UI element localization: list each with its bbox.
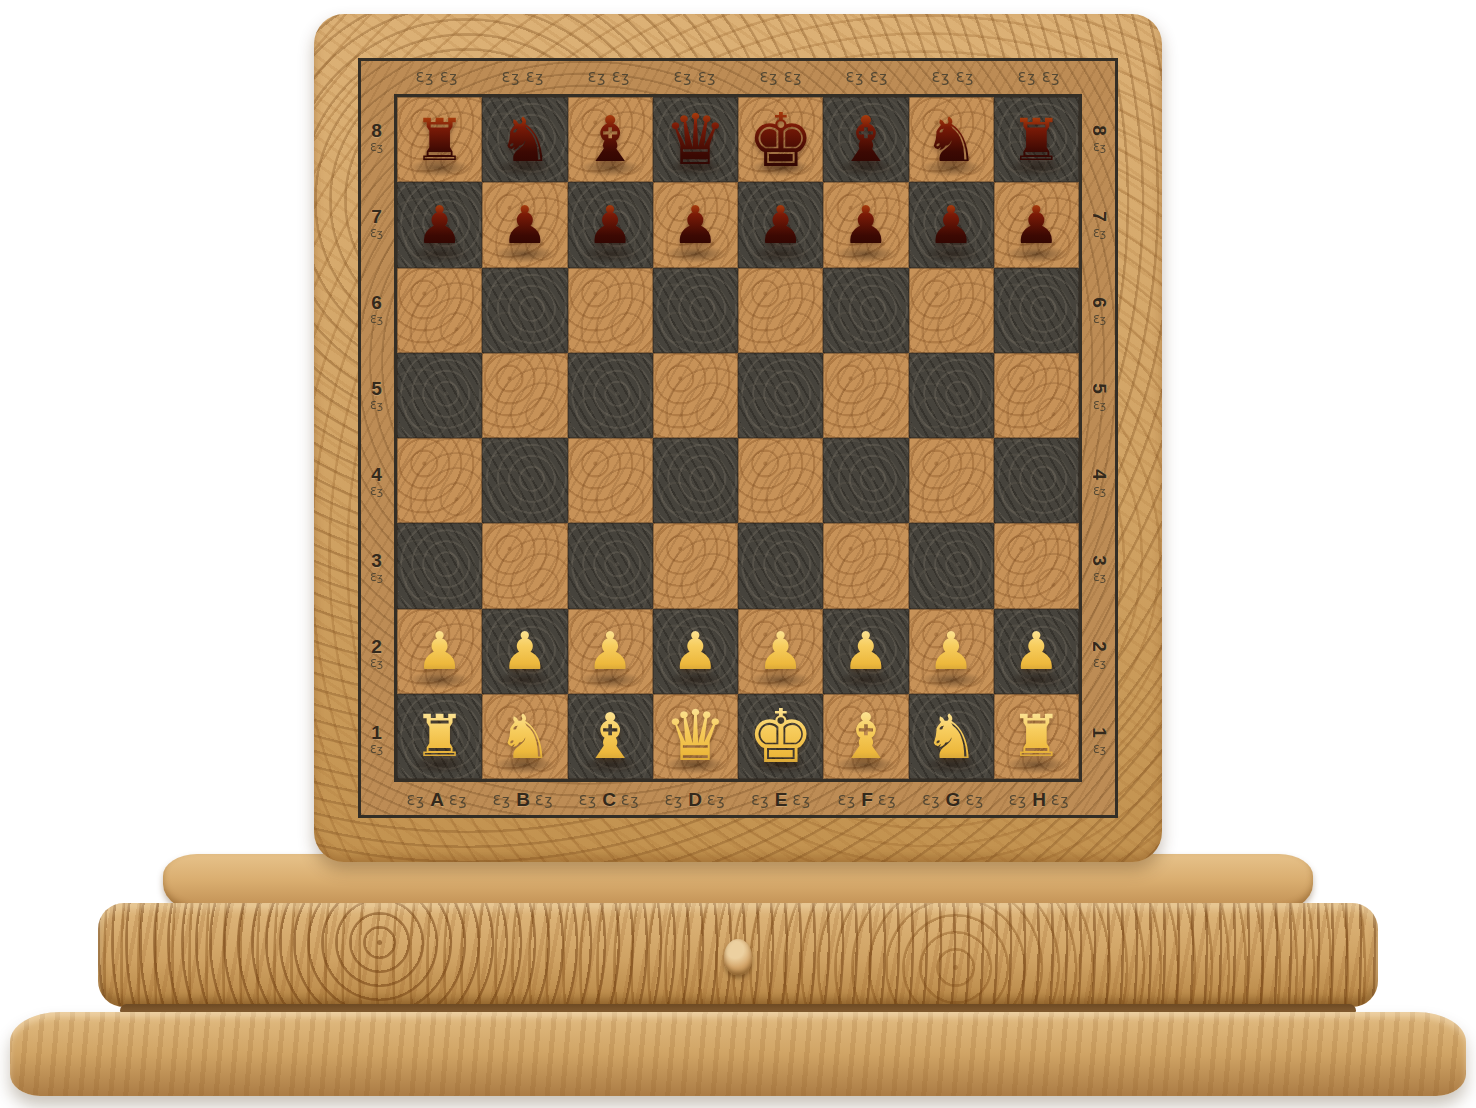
rank-label-right-8: 8 [1090, 125, 1109, 136]
square-e2[interactable]: ♟ [738, 609, 823, 694]
square-a3[interactable] [397, 523, 482, 608]
square-b5[interactable] [482, 353, 567, 438]
black-pawn[interactable]: ♟ [416, 199, 463, 251]
scroll-ornament: Ɛʒ [492, 793, 511, 807]
square-d8[interactable]: ♛ [653, 97, 738, 182]
scroll-ornament: Ɛʒ [370, 142, 383, 153]
scroll-ornament: Ɛʒ [578, 793, 597, 807]
scroll-ornament: Ɛʒ Ɛʒ [416, 70, 459, 84]
ornament-segment: Ɛʒ Ɛʒ [480, 60, 566, 93]
square-h1[interactable]: ♜ [994, 694, 1079, 779]
square-g4[interactable] [909, 438, 994, 523]
rank-label-cell-right-6: 6Ɛʒ [1083, 266, 1116, 352]
black-pawn[interactable]: ♟ [587, 199, 634, 251]
square-e5[interactable] [738, 353, 823, 438]
scroll-ornament: Ɛʒ [1008, 793, 1027, 807]
square-h3[interactable] [994, 523, 1079, 608]
black-pawn[interactable]: ♟ [843, 199, 890, 251]
rank-label-cell-right-8: 8Ɛʒ [1083, 94, 1116, 180]
square-e3[interactable] [738, 523, 823, 608]
square-f6[interactable] [823, 268, 908, 353]
rank-label-cell-left-7: 7Ɛʒ [360, 180, 393, 266]
square-c3[interactable] [568, 523, 653, 608]
board-squares-grid: ♜♞♝♛♚♝♞♜♟♟♟♟♟♟♟♟♟♟♟♟♟♟♟♟♜♞♝♛♚♝♞♜ [394, 94, 1082, 782]
white-pawn[interactable]: ♟ [757, 625, 804, 677]
file-label-cell-b: ƐʒBƐʒ [480, 783, 566, 816]
square-b2[interactable]: ♟ [482, 609, 567, 694]
base-plinth [10, 1012, 1466, 1096]
square-h7[interactable]: ♟ [994, 182, 1079, 267]
drawer-knob [724, 939, 752, 975]
rank-label-left-2: 2 [371, 637, 382, 656]
file-label-e: E [775, 790, 788, 809]
file-label-h: H [1032, 790, 1046, 809]
scroll-ornament: Ɛʒ [370, 486, 383, 497]
square-d6[interactable] [653, 268, 738, 353]
rank-label-right-7: 7 [1090, 211, 1109, 222]
square-g7[interactable]: ♟ [909, 182, 994, 267]
black-rook[interactable]: ♜ [414, 111, 466, 169]
square-g3[interactable] [909, 523, 994, 608]
square-e1[interactable]: ♚ [738, 694, 823, 779]
square-a5[interactable] [397, 353, 482, 438]
black-pawn[interactable]: ♟ [928, 199, 975, 251]
square-c6[interactable] [568, 268, 653, 353]
square-d4[interactable] [653, 438, 738, 523]
rank-label-left-7: 7 [371, 207, 382, 226]
square-h6[interactable] [994, 268, 1079, 353]
square-d2[interactable]: ♟ [653, 609, 738, 694]
white-pawn[interactable]: ♟ [928, 625, 975, 677]
file-label-b: B [516, 790, 530, 809]
square-h5[interactable] [994, 353, 1079, 438]
square-c2[interactable]: ♟ [568, 609, 653, 694]
square-a6[interactable] [397, 268, 482, 353]
rank-label-right-6: 6 [1090, 297, 1109, 308]
scroll-ornament: Ɛʒ [370, 228, 383, 239]
black-bishop[interactable]: ♝ [838, 108, 894, 171]
scroll-ornament: Ɛʒ [621, 793, 640, 807]
scroll-ornament: Ɛʒ [1093, 400, 1106, 411]
rank-label-cell-right-3: 3Ɛʒ [1083, 524, 1116, 610]
scroll-ornament: Ɛʒ [751, 793, 770, 807]
black-king[interactable]: ♚ [747, 103, 813, 177]
storage-drawer [98, 903, 1378, 1007]
black-knight[interactable]: ♞ [498, 109, 553, 170]
black-knight[interactable]: ♞ [924, 109, 979, 170]
rank-label-cell-right-4: 4Ɛʒ [1083, 438, 1116, 524]
white-pawn[interactable]: ♟ [587, 625, 634, 677]
chess-board: Ɛʒ ƐʒƐʒ ƐʒƐʒ ƐʒƐʒ ƐʒƐʒ ƐʒƐʒ ƐʒƐʒ ƐʒƐʒ Ɛʒ… [314, 14, 1162, 862]
ornament-segment: Ɛʒ Ɛʒ [652, 60, 738, 93]
square-f2[interactable]: ♟ [823, 609, 908, 694]
ornament-segment: Ɛʒ Ɛʒ [824, 60, 910, 93]
white-rook[interactable]: ♜ [1010, 707, 1062, 765]
square-g5[interactable] [909, 353, 994, 438]
scroll-ornament: Ɛʒ [1051, 793, 1070, 807]
scroll-ornament: Ɛʒ Ɛʒ [932, 70, 975, 84]
file-label-cell-g: ƐʒGƐʒ [910, 783, 996, 816]
square-d1[interactable]: ♛ [653, 694, 738, 779]
white-pawn[interactable]: ♟ [672, 625, 719, 677]
square-c7[interactable]: ♟ [568, 182, 653, 267]
black-queen[interactable]: ♛ [664, 105, 727, 175]
rank-label-cell-right-1: 1Ɛʒ [1083, 696, 1116, 782]
square-d7[interactable]: ♟ [653, 182, 738, 267]
file-label-f: F [861, 790, 873, 809]
rank-labels-right: 8Ɛʒ7Ɛʒ6Ɛʒ5Ɛʒ4Ɛʒ3Ɛʒ2Ɛʒ1Ɛʒ [1083, 94, 1116, 782]
square-c8[interactable]: ♝ [568, 97, 653, 182]
black-rook[interactable]: ♜ [1010, 111, 1062, 169]
rank-label-cell-right-2: 2Ɛʒ [1083, 610, 1116, 696]
scroll-ornament: Ɛʒ [1093, 228, 1106, 239]
scroll-ornament: Ɛʒ Ɛʒ [760, 70, 803, 84]
white-pawn[interactable]: ♟ [1013, 625, 1060, 677]
white-knight[interactable]: ♞ [924, 706, 979, 767]
white-rook[interactable]: ♜ [414, 707, 466, 765]
white-king[interactable]: ♚ [747, 699, 813, 773]
scroll-ornament: Ɛʒ [370, 572, 383, 583]
black-bishop[interactable]: ♝ [582, 108, 638, 171]
file-label-cell-f: ƐʒFƐʒ [824, 783, 910, 816]
rank-label-cell-left-3: 3Ɛʒ [360, 524, 393, 610]
scroll-ornament: Ɛʒ Ɛʒ [502, 70, 545, 84]
scroll-ornament: Ɛʒ Ɛʒ [674, 70, 717, 84]
chess-set-photo: Ɛʒ ƐʒƐʒ ƐʒƐʒ ƐʒƐʒ ƐʒƐʒ ƐʒƐʒ ƐʒƐʒ ƐʒƐʒ Ɛʒ… [0, 0, 1476, 1108]
square-h8[interactable]: ♜ [994, 97, 1079, 182]
scroll-ornament: Ɛʒ Ɛʒ [588, 70, 631, 84]
square-c5[interactable] [568, 353, 653, 438]
file-label-c: C [602, 790, 616, 809]
square-e7[interactable]: ♟ [738, 182, 823, 267]
square-f5[interactable] [823, 353, 908, 438]
square-a7[interactable]: ♟ [397, 182, 482, 267]
rank-label-right-3: 3 [1090, 555, 1109, 566]
square-g6[interactable] [909, 268, 994, 353]
square-a1[interactable]: ♜ [397, 694, 482, 779]
square-e6[interactable] [738, 268, 823, 353]
square-a4[interactable] [397, 438, 482, 523]
file-labels-bottom: ƐʒAƐʒƐʒBƐʒƐʒCƐʒƐʒDƐʒƐʒEƐʒƐʒFƐʒƐʒGƐʒƐʒHƐʒ [394, 783, 1082, 816]
square-f1[interactable]: ♝ [823, 694, 908, 779]
file-label-cell-h: ƐʒHƐʒ [996, 783, 1082, 816]
white-bishop[interactable]: ♝ [582, 705, 638, 768]
square-d3[interactable] [653, 523, 738, 608]
scroll-ornament: Ɛʒ [707, 793, 726, 807]
black-pawn[interactable]: ♟ [502, 199, 549, 251]
square-c1[interactable]: ♝ [568, 694, 653, 779]
square-a8[interactable]: ♜ [397, 97, 482, 182]
square-e8[interactable]: ♚ [738, 97, 823, 182]
scroll-ornament: Ɛʒ [370, 658, 383, 669]
scroll-ornament: Ɛʒ [1093, 658, 1106, 669]
scroll-ornament: Ɛʒ [370, 400, 383, 411]
square-g1[interactable]: ♞ [909, 694, 994, 779]
square-b8[interactable]: ♞ [482, 97, 567, 182]
square-h4[interactable] [994, 438, 1079, 523]
square-b3[interactable] [482, 523, 567, 608]
ornament-segment: Ɛʒ Ɛʒ [910, 60, 996, 93]
scroll-ornament: Ɛʒ [922, 793, 941, 807]
rank-label-right-1: 1 [1090, 727, 1109, 738]
file-label-cell-d: ƐʒDƐʒ [652, 783, 738, 816]
rank-label-left-8: 8 [371, 121, 382, 140]
rank-label-left-5: 5 [371, 379, 382, 398]
square-e4[interactable] [738, 438, 823, 523]
scroll-ornament: Ɛʒ [370, 314, 383, 325]
scroll-ornament: Ɛʒ [1093, 486, 1106, 497]
rank-label-cell-right-5: 5Ɛʒ [1083, 352, 1116, 438]
ornament-segment: Ɛʒ Ɛʒ [394, 60, 480, 93]
white-queen[interactable]: ♛ [664, 701, 727, 771]
black-pawn[interactable]: ♟ [1013, 199, 1060, 251]
rank-label-left-6: 6 [371, 293, 382, 312]
scroll-ornament: Ɛʒ [1093, 744, 1106, 755]
scroll-ornament: Ɛʒ Ɛʒ [846, 70, 889, 84]
scroll-ornament: Ɛʒ [965, 793, 984, 807]
white-knight[interactable]: ♞ [498, 706, 553, 767]
scroll-ornament: Ɛʒ [1093, 314, 1106, 325]
scroll-ornament: Ɛʒ [449, 793, 468, 807]
rank-label-right-5: 5 [1090, 383, 1109, 394]
scroll-ornament: Ɛʒ [838, 793, 857, 807]
file-label-cell-e: ƐʒEƐʒ [738, 783, 824, 816]
ornament-segment: Ɛʒ Ɛʒ [996, 60, 1082, 93]
rank-label-right-4: 4 [1090, 469, 1109, 480]
square-h2[interactable]: ♟ [994, 609, 1079, 694]
scroll-ornament: Ɛʒ [535, 793, 554, 807]
rank-label-left-3: 3 [371, 551, 382, 570]
black-pawn[interactable]: ♟ [672, 199, 719, 251]
file-label-g: G [946, 790, 961, 809]
rank-label-cell-left-2: 2Ɛʒ [360, 610, 393, 696]
scroll-ornament: Ɛʒ [792, 793, 811, 807]
ornament-segment: Ɛʒ Ɛʒ [738, 60, 824, 93]
square-c4[interactable] [568, 438, 653, 523]
rank-label-cell-right-7: 7Ɛʒ [1083, 180, 1116, 266]
square-a2[interactable]: ♟ [397, 609, 482, 694]
white-pawn[interactable]: ♟ [416, 625, 463, 677]
square-b4[interactable] [482, 438, 567, 523]
scroll-ornament: Ɛʒ Ɛʒ [1018, 70, 1061, 84]
rank-label-cell-left-8: 8Ɛʒ [360, 94, 393, 180]
scroll-ornament: Ɛʒ [1093, 572, 1106, 583]
square-f8[interactable]: ♝ [823, 97, 908, 182]
scroll-ornament: Ɛʒ [370, 744, 383, 755]
square-g8[interactable]: ♞ [909, 97, 994, 182]
ornament-band-top: Ɛʒ ƐʒƐʒ ƐʒƐʒ ƐʒƐʒ ƐʒƐʒ ƐʒƐʒ ƐʒƐʒ ƐʒƐʒ Ɛʒ [394, 60, 1082, 93]
rank-label-left-4: 4 [371, 465, 382, 484]
file-label-d: D [688, 790, 702, 809]
white-bishop[interactable]: ♝ [838, 705, 894, 768]
scroll-ornament: Ɛʒ [406, 793, 425, 807]
rank-label-cell-left-6: 6Ɛʒ [360, 266, 393, 352]
square-d5[interactable] [653, 353, 738, 438]
rank-label-cell-left-5: 5Ɛʒ [360, 352, 393, 438]
square-b6[interactable] [482, 268, 567, 353]
scroll-ornament: Ɛʒ [878, 793, 897, 807]
square-f3[interactable] [823, 523, 908, 608]
white-pawn[interactable]: ♟ [502, 625, 549, 677]
square-f7[interactable]: ♟ [823, 182, 908, 267]
rank-label-right-2: 2 [1090, 641, 1109, 652]
rank-labels-left: 8Ɛʒ7Ɛʒ6Ɛʒ5Ɛʒ4Ɛʒ3Ɛʒ2Ɛʒ1Ɛʒ [360, 94, 393, 782]
ornament-segment: Ɛʒ Ɛʒ [566, 60, 652, 93]
scroll-ornament: Ɛʒ [664, 793, 683, 807]
file-label-cell-c: ƐʒCƐʒ [566, 783, 652, 816]
square-f4[interactable] [823, 438, 908, 523]
file-label-cell-a: ƐʒAƐʒ [394, 783, 480, 816]
square-b1[interactable]: ♞ [482, 694, 567, 779]
rank-label-cell-left-1: 1Ɛʒ [360, 696, 393, 782]
square-b7[interactable]: ♟ [482, 182, 567, 267]
scroll-ornament: Ɛʒ [1093, 142, 1106, 153]
file-label-a: A [430, 790, 444, 809]
rank-label-left-1: 1 [371, 723, 382, 742]
black-pawn[interactable]: ♟ [757, 199, 804, 251]
rank-label-cell-left-4: 4Ɛʒ [360, 438, 393, 524]
white-pawn[interactable]: ♟ [843, 625, 890, 677]
square-g2[interactable]: ♟ [909, 609, 994, 694]
